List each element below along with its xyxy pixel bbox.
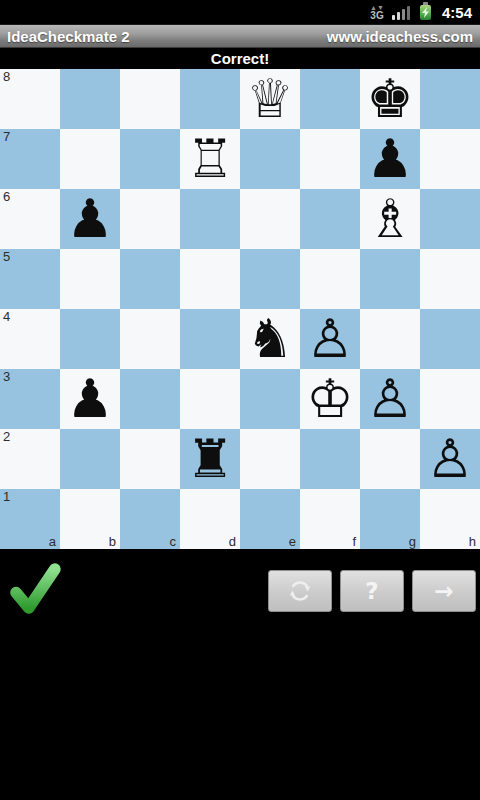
black-pawn: ♟ [66, 372, 114, 425]
black-knight: ♞ [246, 312, 294, 365]
square-e7[interactable] [240, 129, 300, 189]
square-h1[interactable]: h [420, 489, 480, 549]
file-label-h: h [469, 535, 476, 548]
black-rook: ♜ [186, 432, 234, 485]
square-a4[interactable]: 4 [0, 309, 60, 369]
file-label-g: g [409, 535, 416, 548]
square-f5[interactable] [300, 249, 360, 309]
file-label-e: e [289, 535, 296, 548]
square-b4[interactable] [60, 309, 120, 369]
file-label-b: b [109, 535, 116, 548]
square-b6[interactable]: ♟ [60, 189, 120, 249]
square-d7[interactable]: ♖ [180, 129, 240, 189]
rank-label-1: 1 [3, 490, 10, 504]
square-h3[interactable] [420, 369, 480, 429]
white-pawn: ♙ [366, 372, 414, 425]
square-f4[interactable]: ♙ [300, 309, 360, 369]
rank-label-2: 2 [3, 430, 10, 444]
next-puzzle-button[interactable]: → [412, 570, 476, 612]
lightning-bolt-icon [421, 7, 430, 18]
square-d6[interactable] [180, 189, 240, 249]
square-b2[interactable] [60, 429, 120, 489]
network-type-label: 3G [370, 11, 383, 21]
chess-board: 8♕♚7♖♟6♟♗54♞♙3♟♔♙2♜♙1abcdefgh [0, 69, 480, 549]
square-a2[interactable]: 2 [0, 429, 60, 489]
control-bar: ? → [0, 549, 480, 800]
rank-label-4: 4 [3, 310, 10, 324]
white-pawn: ♙ [426, 432, 474, 485]
square-f8[interactable] [300, 69, 360, 129]
app-screen: ▲▼ 3G 4:54 IdeaCheckmate 2 www.ideachess… [0, 0, 480, 800]
square-c1[interactable]: c [120, 489, 180, 549]
square-c8[interactable] [120, 69, 180, 129]
black-pawn: ♟ [66, 192, 114, 245]
square-g7[interactable]: ♟ [360, 129, 420, 189]
square-b3[interactable]: ♟ [60, 369, 120, 429]
square-f2[interactable] [300, 429, 360, 489]
square-e2[interactable] [240, 429, 300, 489]
square-g4[interactable] [360, 309, 420, 369]
square-f7[interactable] [300, 129, 360, 189]
square-h4[interactable] [420, 309, 480, 369]
question-icon: ? [365, 578, 378, 604]
square-d5[interactable] [180, 249, 240, 309]
website-label: www.ideachess.com [327, 28, 473, 45]
square-d3[interactable] [180, 369, 240, 429]
square-g5[interactable] [360, 249, 420, 309]
square-c4[interactable] [120, 309, 180, 369]
file-label-d: d [229, 535, 236, 548]
arrow-right-icon: → [434, 578, 453, 604]
square-h7[interactable] [420, 129, 480, 189]
square-c5[interactable] [120, 249, 180, 309]
square-f6[interactable] [300, 189, 360, 249]
retry-button[interactable] [268, 570, 332, 612]
square-a7[interactable]: 7 [0, 129, 60, 189]
square-c6[interactable] [120, 189, 180, 249]
correct-checkmark-icon [8, 558, 62, 624]
square-d2[interactable]: ♜ [180, 429, 240, 489]
square-f1[interactable]: f [300, 489, 360, 549]
square-a3[interactable]: 3 [0, 369, 60, 429]
rank-label-3: 3 [3, 370, 10, 384]
square-e8[interactable]: ♕ [240, 69, 300, 129]
square-a8[interactable]: 8 [0, 69, 60, 129]
square-b1[interactable]: b [60, 489, 120, 549]
square-b7[interactable] [60, 129, 120, 189]
app-title: IdeaCheckmate 2 [7, 28, 130, 45]
square-e4[interactable]: ♞ [240, 309, 300, 369]
white-rook: ♖ [186, 132, 234, 185]
square-a1[interactable]: 1a [0, 489, 60, 549]
hint-button[interactable]: ? [340, 570, 404, 612]
black-pawn: ♟ [366, 132, 414, 185]
square-c3[interactable] [120, 369, 180, 429]
square-b5[interactable] [60, 249, 120, 309]
square-e6[interactable] [240, 189, 300, 249]
square-e5[interactable] [240, 249, 300, 309]
square-e3[interactable] [240, 369, 300, 429]
battery-charging-icon [420, 5, 431, 20]
white-bishop: ♗ [366, 192, 414, 245]
square-g3[interactable]: ♙ [360, 369, 420, 429]
status-bar: ▲▼ 3G 4:54 [0, 0, 480, 25]
square-h2[interactable]: ♙ [420, 429, 480, 489]
square-b8[interactable] [60, 69, 120, 129]
square-c2[interactable] [120, 429, 180, 489]
square-g1[interactable]: g [360, 489, 420, 549]
file-label-f: f [352, 535, 356, 548]
puzzle-buttons: ? → [268, 570, 476, 612]
mobile-data-3g-icon: ▲▼ 3G [370, 4, 384, 21]
white-king: ♔ [306, 372, 354, 425]
rank-label-7: 7 [3, 130, 10, 144]
square-d1[interactable]: d [180, 489, 240, 549]
square-e1[interactable]: e [240, 489, 300, 549]
square-h8[interactable] [420, 69, 480, 129]
clock-time: 4:54 [442, 4, 472, 21]
square-g2[interactable] [360, 429, 420, 489]
square-d4[interactable] [180, 309, 240, 369]
rank-label-5: 5 [3, 250, 10, 264]
square-f3[interactable]: ♔ [300, 369, 360, 429]
signal-strength-icon [392, 4, 410, 20]
rank-label-8: 8 [3, 70, 10, 84]
black-king: ♚ [366, 72, 414, 125]
white-queen: ♕ [246, 72, 294, 125]
square-a5[interactable]: 5 [0, 249, 60, 309]
square-g8[interactable]: ♚ [360, 69, 420, 129]
file-label-c: c [170, 535, 177, 548]
file-label-a: a [49, 535, 56, 548]
square-d8[interactable] [180, 69, 240, 129]
square-h5[interactable] [420, 249, 480, 309]
square-h6[interactable] [420, 189, 480, 249]
result-message: Correct! [0, 48, 480, 69]
white-pawn: ♙ [306, 312, 354, 365]
square-a6[interactable]: 6 [0, 189, 60, 249]
refresh-icon [285, 576, 315, 606]
rank-label-6: 6 [3, 190, 10, 204]
square-c7[interactable] [120, 129, 180, 189]
square-g6[interactable]: ♗ [360, 189, 420, 249]
title-bar: IdeaCheckmate 2 www.ideachess.com [0, 25, 480, 48]
